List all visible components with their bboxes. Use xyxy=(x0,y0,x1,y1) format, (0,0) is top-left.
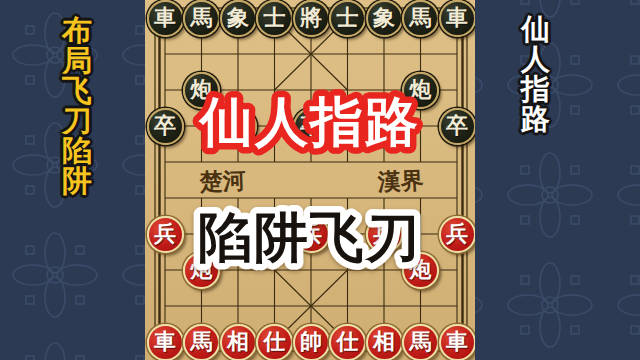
piece-black-p[interactable]: 卒 xyxy=(220,108,257,145)
caption-char: 陷 xyxy=(62,136,92,166)
piece-red-P[interactable]: 兵 xyxy=(220,216,257,253)
pieces-layer: 車馬象士將士象馬車炮炮卒卒卒卒卒兵兵兵兵兵炮炮車馬相仕帥仕相馬車 xyxy=(145,0,475,360)
piece-red-K[interactable]: 帥 xyxy=(293,324,330,360)
piece-black-n[interactable]: 馬 xyxy=(183,0,220,37)
xiangqi-board: 楚河 漢界 車馬象士將士象馬車炮炮卒卒卒卒卒兵兵兵兵兵炮炮車馬相仕帥仕相馬車 xyxy=(145,0,475,360)
piece-red-N[interactable]: 馬 xyxy=(183,324,220,360)
caption-char: 局 xyxy=(62,46,92,76)
piece-red-P[interactable]: 兵 xyxy=(366,216,403,253)
caption-char: 布 xyxy=(62,16,92,46)
caption-char: 阱 xyxy=(62,166,92,196)
caption-char: 路 xyxy=(521,104,550,134)
piece-black-k[interactable]: 將 xyxy=(293,0,330,37)
piece-red-R[interactable]: 車 xyxy=(439,324,476,360)
piece-red-N[interactable]: 馬 xyxy=(402,324,439,360)
piece-red-B[interactable]: 相 xyxy=(220,324,257,360)
piece-black-p[interactable]: 卒 xyxy=(147,108,184,145)
piece-black-c[interactable]: 炮 xyxy=(402,72,439,109)
piece-black-c[interactable]: 炮 xyxy=(183,72,220,109)
piece-red-C[interactable]: 炮 xyxy=(183,252,220,289)
caption-char: 仙 xyxy=(521,14,550,44)
video-frame: 布局飞刀陷阱 楚河 漢界 車馬象士將士象馬車炮炮卒卒卒卒卒兵兵兵兵兵炮炮車馬相仕… xyxy=(0,0,640,360)
piece-red-P[interactable]: 兵 xyxy=(147,216,184,253)
caption-char: 人 xyxy=(521,44,550,74)
right-sidebar: 仙人指路 xyxy=(475,0,640,360)
piece-black-a[interactable]: 士 xyxy=(256,0,293,37)
piece-black-p[interactable]: 卒 xyxy=(293,108,330,145)
piece-black-p[interactable]: 卒 xyxy=(439,108,476,145)
piece-black-b[interactable]: 象 xyxy=(220,0,257,37)
caption-char: 飞 xyxy=(62,76,92,106)
piece-red-C[interactable]: 炮 xyxy=(402,252,439,289)
piece-red-B[interactable]: 相 xyxy=(366,324,403,360)
piece-black-n[interactable]: 馬 xyxy=(402,0,439,37)
piece-red-A[interactable]: 仕 xyxy=(329,324,366,360)
right-caption: 仙人指路 xyxy=(521,14,550,134)
piece-red-A[interactable]: 仕 xyxy=(256,324,293,360)
caption-char: 指 xyxy=(521,74,550,104)
piece-black-p[interactable]: 卒 xyxy=(366,108,403,145)
piece-black-r[interactable]: 車 xyxy=(147,0,184,37)
piece-black-a[interactable]: 士 xyxy=(329,0,366,37)
left-sidebar: 布局飞刀陷阱 xyxy=(0,0,145,360)
flower-pattern-background xyxy=(475,0,640,360)
piece-red-R[interactable]: 車 xyxy=(147,324,184,360)
left-caption: 布局飞刀陷阱 xyxy=(62,16,92,196)
piece-black-b[interactable]: 象 xyxy=(366,0,403,37)
piece-black-r[interactable]: 車 xyxy=(439,0,476,37)
piece-red-P[interactable]: 兵 xyxy=(439,216,476,253)
piece-red-P[interactable]: 兵 xyxy=(293,216,330,253)
caption-char: 刀 xyxy=(62,106,92,136)
